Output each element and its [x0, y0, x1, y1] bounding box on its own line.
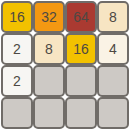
cell-r4c3 — [65, 97, 97, 129]
cell-r2c4: 4 — [97, 33, 129, 65]
cell-r3c1: 2 — [1, 65, 33, 97]
cell-r1c1: 16 — [1, 1, 33, 33]
cell-r2c2: 8 — [33, 33, 65, 65]
cell-r3c2 — [33, 65, 65, 97]
cell-r4c1 — [1, 97, 33, 129]
cell-r1c3: 64 — [65, 1, 97, 33]
cell-r1c4: 8 — [97, 1, 129, 33]
cell-r3c4 — [97, 65, 129, 97]
cell-r1c2: 32 — [33, 1, 65, 33]
cell-r4c2 — [33, 97, 65, 129]
cell-r3c3 — [65, 65, 97, 97]
cell-r4c4 — [97, 97, 129, 129]
cell-r2c1: 2 — [1, 33, 33, 65]
cell-r2c3: 16 — [65, 33, 97, 65]
game-board-2048[interactable]: 16 32 64 8 2 8 16 4 2 — [0, 0, 130, 130]
